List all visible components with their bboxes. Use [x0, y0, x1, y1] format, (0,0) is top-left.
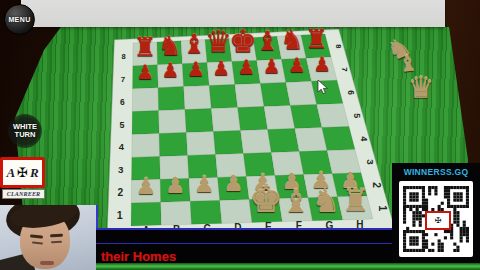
square-d5[interactable]: [211, 108, 240, 132]
turn-indicator: WHITE TURN: [8, 114, 42, 148]
rank-label-right-6: 6: [346, 90, 356, 95]
square-c1[interactable]: [190, 200, 222, 224]
rank-label-right-1: 1: [377, 205, 389, 211]
piece-red-pawn-a7[interactable]: ♟: [136, 63, 154, 83]
square-g4[interactable]: [295, 128, 327, 152]
square-c6[interactable]: [184, 86, 212, 110]
mouse-cursor-icon: [317, 79, 329, 95]
square-f4[interactable]: [268, 129, 300, 153]
webcam-mouth: [40, 261, 54, 265]
qr-panel: WINNERSS.GQ ✠: [392, 163, 480, 263]
piece-red-pawn-f7[interactable]: ♟: [263, 57, 281, 77]
piece-red-bishop-f8[interactable]: ♝: [256, 29, 280, 55]
square-b6[interactable]: [158, 87, 185, 111]
clan-logo-ribbon-text: CLANREER: [7, 191, 41, 197]
rank-label-left-2: 2: [117, 187, 123, 198]
piece-gold-king-e1[interactable]: ♚: [249, 181, 283, 219]
rank-label-right-4: 4: [359, 136, 369, 142]
piece-gold-pawn-d2[interactable]: ♟: [223, 172, 243, 195]
piece-red-bishop-c8[interactable]: ♝: [182, 32, 206, 58]
clan-logo-box: A ✠ R: [0, 157, 45, 188]
rank-label-right-5: 5: [352, 113, 362, 118]
square-a6[interactable]: [132, 88, 158, 112]
piece-red-knight-b8[interactable]: ♞: [158, 33, 182, 60]
piece-gold-pawn-a2[interactable]: ♟: [136, 175, 156, 198]
square-a1[interactable]: [131, 202, 161, 226]
square-a4[interactable]: [132, 134, 160, 158]
square-f6[interactable]: [260, 82, 290, 106]
top-banner: [21, 0, 445, 27]
ticker-divider: [96, 243, 392, 244]
square-e5[interactable]: [238, 107, 268, 131]
piece-gold-pawn-b2[interactable]: ♟: [165, 174, 185, 197]
square-b1[interactable]: [161, 201, 192, 225]
webcam-feed: [0, 205, 98, 270]
ticker-text: their Homes: [101, 249, 176, 264]
rank-label-left-3: 3: [118, 164, 124, 175]
square-e4[interactable]: [241, 130, 272, 154]
rank-label-left-8: 8: [121, 52, 125, 61]
rank-label-left-1: 1: [117, 209, 123, 221]
qr-code: ✠: [399, 181, 473, 257]
rank-label-right-8: 8: [334, 44, 343, 48]
square-h4[interactable]: [322, 127, 355, 151]
piece-red-rook-h8[interactable]: ♜: [305, 27, 328, 53]
video-frame: 8765432187654321ABCDEFGH ♜♞♝♛♚♝♞♜♟♟♟♟♟♟♟…: [0, 0, 480, 270]
piece-red-pawn-e7[interactable]: ♟: [237, 58, 255, 78]
rank-label-right-2: 2: [371, 182, 382, 188]
iron-cross-icon: ✠: [17, 166, 28, 179]
qr-site-label: WINNERSS.GQ: [392, 167, 480, 177]
piece-gold-bishop-f1[interactable]: ♝: [281, 185, 310, 217]
qr-center-logo: ✠: [425, 211, 451, 230]
square-c4[interactable]: [186, 132, 215, 156]
piece-gold-pawn-c2[interactable]: ♟: [194, 173, 214, 196]
piece-red-king-e8[interactable]: ♚: [229, 26, 257, 57]
news-ticker: their Homes: [96, 228, 392, 266]
rank-label-right-7: 7: [340, 67, 349, 72]
piece-red-pawn-d7[interactable]: ♟: [212, 59, 230, 79]
square-a5[interactable]: [132, 111, 159, 135]
piece-gold-rook-h1[interactable]: ♜: [342, 184, 370, 215]
captured-gold-queen[interactable]: ♛: [408, 73, 435, 103]
square-e6[interactable]: [235, 83, 264, 107]
turn-indicator-line2: TURN: [15, 131, 36, 140]
piece-red-pawn-b7[interactable]: ♟: [162, 62, 180, 82]
square-c5[interactable]: [185, 109, 214, 133]
square-g5[interactable]: [290, 104, 322, 128]
bottom-green-strip: [96, 263, 480, 270]
square-d6[interactable]: [209, 85, 237, 109]
clan-logo: A ✠ R CLANREER: [0, 157, 45, 199]
piece-red-pawn-h7[interactable]: ♟: [313, 55, 331, 75]
menu-button-label: MENU: [8, 16, 30, 23]
clan-logo-ribbon: CLANREER: [2, 189, 45, 199]
piece-red-pawn-c7[interactable]: ♟: [187, 61, 205, 81]
rank-label-left-5: 5: [119, 120, 124, 130]
square-d1[interactable]: [220, 200, 252, 224]
piece-red-rook-a8[interactable]: ♜: [134, 35, 157, 61]
piece-red-queen-d8[interactable]: ♛: [205, 28, 232, 58]
logo-letter-a: A: [6, 165, 15, 181]
rank-label-left-7: 7: [121, 75, 126, 84]
piece-red-knight-g8[interactable]: ♞: [280, 27, 304, 53]
rank-label-right-3: 3: [365, 159, 376, 165]
square-d4[interactable]: [213, 131, 243, 155]
square-b4[interactable]: [159, 133, 188, 157]
logo-letter-r: R: [30, 165, 39, 181]
piece-red-pawn-g7[interactable]: ♟: [288, 56, 306, 76]
qr-center-cross-icon: ✠: [435, 217, 442, 225]
rank-label-left-6: 6: [120, 97, 125, 107]
square-b5[interactable]: [159, 110, 187, 134]
menu-button[interactable]: MENU: [4, 4, 35, 35]
piece-gold-knight-g1[interactable]: ♞: [311, 184, 340, 216]
square-f5[interactable]: [264, 105, 295, 129]
rank-label-left-4: 4: [119, 142, 125, 152]
